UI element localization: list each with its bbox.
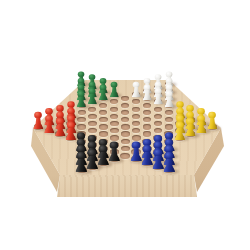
hole[interactable] — [110, 135, 119, 141]
hole[interactable] — [99, 124, 108, 129]
peg-body — [196, 121, 206, 133]
hole[interactable] — [132, 107, 140, 112]
peg-body — [164, 97, 173, 108]
hole[interactable] — [121, 124, 130, 129]
peg-blue[interactable] — [152, 149, 164, 169]
peg-blue[interactable] — [163, 152, 175, 173]
peg-red[interactable] — [66, 122, 77, 141]
peg-black[interactable] — [98, 145, 109, 165]
peg-body — [163, 159, 175, 173]
hole[interactable] — [132, 128, 141, 134]
hole[interactable] — [121, 117, 129, 122]
hole[interactable] — [165, 124, 174, 129]
peg-body — [132, 86, 141, 97]
peg-body — [76, 159, 88, 173]
hole[interactable] — [121, 103, 129, 108]
peg-body — [98, 152, 109, 166]
hole[interactable] — [99, 103, 107, 108]
hole[interactable] — [99, 117, 107, 122]
hole[interactable] — [154, 128, 163, 134]
peg-black[interactable] — [109, 142, 120, 162]
hole[interactable] — [88, 114, 96, 119]
peg-yellow[interactable] — [196, 115, 206, 133]
hole[interactable] — [143, 124, 152, 129]
hole[interactable] — [132, 99, 140, 104]
peg-body — [44, 121, 54, 133]
hole[interactable] — [132, 135, 141, 141]
peg-yellow[interactable] — [175, 122, 186, 141]
hole[interactable] — [132, 121, 141, 126]
hole[interactable] — [110, 121, 119, 126]
peg-blue[interactable] — [130, 142, 141, 162]
hole[interactable] — [99, 131, 108, 137]
hole[interactable] — [165, 117, 173, 122]
peg-body — [99, 90, 108, 101]
peg-body — [207, 117, 217, 129]
hole[interactable] — [154, 121, 163, 126]
hole[interactable] — [88, 121, 97, 126]
peg-body — [152, 155, 164, 169]
hole[interactable] — [88, 128, 97, 134]
hole[interactable] — [110, 114, 118, 119]
peg-body — [141, 152, 152, 166]
hole[interactable] — [165, 110, 173, 115]
peg-yellow[interactable] — [207, 112, 217, 130]
hole[interactable] — [121, 110, 129, 115]
peg-black[interactable] — [76, 152, 88, 173]
peg-body — [185, 124, 195, 137]
hole[interactable] — [121, 139, 130, 145]
hole[interactable] — [132, 114, 140, 119]
hole[interactable] — [154, 107, 162, 112]
peg-yellow[interactable] — [185, 118, 195, 136]
peg-body — [88, 93, 97, 104]
peg-green[interactable] — [110, 81, 119, 97]
peg-red[interactable] — [44, 115, 54, 133]
hole[interactable] — [99, 110, 107, 115]
peg-body — [87, 155, 99, 169]
peg-body — [143, 90, 152, 101]
peg-green[interactable] — [99, 85, 108, 101]
peg-body — [109, 148, 120, 162]
peg-body — [110, 86, 119, 97]
hole[interactable] — [110, 128, 119, 134]
peg-body — [66, 128, 77, 141]
hole[interactable] — [121, 146, 130, 152]
peg-body — [77, 97, 86, 108]
peg-green[interactable] — [77, 91, 86, 107]
peg-red[interactable] — [55, 118, 65, 136]
hole[interactable] — [143, 117, 151, 122]
peg-red[interactable] — [33, 112, 43, 130]
peg-blue[interactable] — [141, 145, 152, 165]
chinese-checkers-board-photo — [0, 0, 250, 250]
peg-white[interactable] — [132, 81, 141, 97]
hole[interactable] — [154, 114, 162, 119]
peg-body — [153, 93, 162, 104]
peg-black[interactable] — [87, 149, 99, 169]
peg-white[interactable] — [143, 85, 152, 101]
peg-white[interactable] — [153, 88, 162, 104]
hole[interactable] — [121, 131, 130, 137]
peg-body — [175, 128, 186, 141]
hole[interactable] — [110, 99, 118, 104]
peg-green[interactable] — [88, 88, 97, 104]
hole[interactable] — [121, 96, 129, 101]
hole[interactable] — [78, 110, 86, 115]
peg-body — [130, 148, 141, 162]
holes-and-pegs-layer — [0, 0, 250, 250]
peg-white[interactable] — [164, 91, 173, 107]
peg-body — [55, 124, 65, 137]
hole[interactable] — [110, 107, 118, 112]
hole[interactable] — [143, 131, 152, 137]
hole[interactable] — [143, 103, 151, 108]
hole[interactable] — [143, 110, 151, 115]
peg-body — [33, 117, 43, 129]
